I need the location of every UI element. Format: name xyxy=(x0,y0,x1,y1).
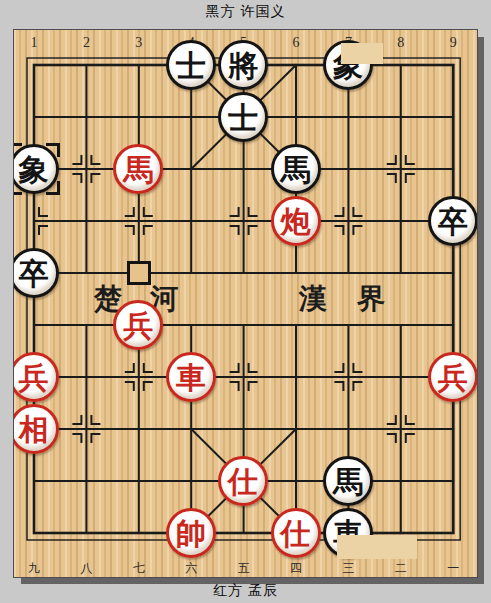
red-cannon-piece[interactable]: 炮 xyxy=(271,196,321,246)
red-player-label: 红方 孟辰 xyxy=(0,582,491,600)
red-elephant-piece[interactable]: 相 xyxy=(13,404,59,454)
red-advisor-b-piece[interactable]: 仕 xyxy=(271,508,321,558)
red-soldier-a-piece[interactable]: 兵 xyxy=(113,300,163,350)
wood-patch-artifact-1 xyxy=(341,43,383,64)
red-chariot-piece[interactable]: 車 xyxy=(166,352,216,402)
file-label-bottom-2: 八 xyxy=(80,560,92,577)
red-general-piece[interactable]: 帥 xyxy=(166,508,216,558)
black-soldier-a-piece[interactable]: 卒 xyxy=(428,196,478,246)
black-elephant-b-piece[interactable]: 象 xyxy=(13,144,59,194)
black-player-label: 黑方 许国义 xyxy=(0,3,491,21)
file-label-top-1: 1 xyxy=(31,35,38,51)
black-advisor-b-piece[interactable]: 士 xyxy=(218,92,268,142)
red-soldier-b-piece[interactable]: 兵 xyxy=(13,352,59,402)
file-label-top-8: 8 xyxy=(397,35,404,51)
river-label-han-jie: 漢 xyxy=(299,280,327,318)
file-label-bottom-1: 九 xyxy=(28,560,40,577)
file-label-bottom-9: 一 xyxy=(447,560,459,577)
red-horse-piece[interactable]: 馬 xyxy=(113,144,163,194)
xiangqi-board[interactable]: 123456789九八七六五四三二一楚河漢界士將象士象馬卒卒馬車馬炮兵兵車兵相仕… xyxy=(13,29,478,578)
screenshot-root: 黑方 许国义 123456789九八七六五四三二一楚河漢界士將象士象馬卒卒馬車馬… xyxy=(0,0,491,603)
last-move-origin-marker xyxy=(127,261,151,285)
file-label-bottom-3: 七 xyxy=(133,560,145,577)
file-label-bottom-5: 五 xyxy=(238,560,250,577)
file-label-top-2: 2 xyxy=(83,35,90,51)
file-label-bottom-7: 三 xyxy=(342,560,354,577)
file-label-bottom-4: 六 xyxy=(185,560,197,577)
black-advisor-a-piece[interactable]: 士 xyxy=(166,40,216,90)
red-advisor-a-piece[interactable]: 仕 xyxy=(218,456,268,506)
file-label-top-6: 6 xyxy=(293,35,300,51)
black-horse-a-piece[interactable]: 馬 xyxy=(271,144,321,194)
river-label-han-jie: 界 xyxy=(357,280,385,318)
file-label-top-9: 9 xyxy=(450,35,457,51)
wood-patch-artifact-2 xyxy=(337,535,417,559)
black-soldier-b-piece[interactable]: 卒 xyxy=(13,248,59,298)
red-soldier-c-piece[interactable]: 兵 xyxy=(428,352,478,402)
black-general-piece[interactable]: 將 xyxy=(218,40,268,90)
file-label-bottom-6: 四 xyxy=(290,560,302,577)
file-label-bottom-8: 二 xyxy=(395,560,407,577)
black-horse-b-piece[interactable]: 馬 xyxy=(323,456,373,506)
file-label-top-3: 3 xyxy=(135,35,142,51)
